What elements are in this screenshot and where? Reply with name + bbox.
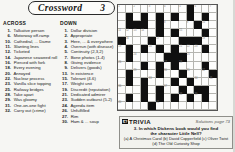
- grid-cell-black: [156, 45, 164, 53]
- grid-cell[interactable]: [164, 29, 172, 37]
- grid-cell[interactable]: [187, 86, 195, 94]
- grid-cell-black: [156, 13, 164, 21]
- clue-text: Delivers (goods): [70, 65, 102, 70]
- grid-cell[interactable]: 33: [148, 78, 156, 86]
- down-clues-panel: DOWN 1. Dollar division2. Appropriate3. …: [60, 20, 117, 124]
- cell-number: 23: [194, 45, 197, 48]
- grid-cell[interactable]: [171, 86, 179, 94]
- grid-cell[interactable]: [148, 21, 156, 29]
- puzzle-title: Crossword: [38, 3, 82, 13]
- grid-cell[interactable]: [171, 5, 179, 13]
- grid-cell[interactable]: 19: [118, 45, 126, 53]
- grid-cell[interactable]: [194, 53, 202, 61]
- cell-number: 4: [164, 5, 165, 8]
- cell-number: 8: [164, 21, 165, 24]
- grid-cell[interactable]: [156, 5, 164, 13]
- solutions-page-note: Solutions page 73: [196, 119, 230, 124]
- grid-cell[interactable]: [171, 21, 179, 29]
- cell-number: 11: [118, 29, 121, 32]
- grid-cell[interactable]: [141, 70, 149, 78]
- grid-cell[interactable]: [209, 29, 217, 37]
- clue-text: Agenda item: [70, 103, 95, 108]
- cell-number: 36: [118, 85, 121, 88]
- clue-text: Overrun (with disease): [70, 44, 114, 49]
- grid-cell-black: [156, 21, 164, 29]
- grid-cell-black: [171, 29, 179, 37]
- cell-number: 6: [194, 5, 195, 8]
- grid-cell[interactable]: 37: [164, 86, 172, 94]
- clue-text: Sudden outburst (5-2): [70, 97, 113, 102]
- grid-cell[interactable]: [141, 5, 149, 13]
- cell-number: 12: [126, 29, 129, 32]
- across-heading: ACROSS: [3, 20, 58, 26]
- grid-cell-black: [148, 102, 156, 110]
- down-heading: DOWN: [60, 20, 117, 26]
- grid-cell[interactable]: [209, 53, 217, 61]
- grid-cell[interactable]: [194, 29, 202, 37]
- clue-text: Ticketed: [13, 49, 30, 54]
- grid-cell-black: [156, 86, 164, 94]
- grid-cell[interactable]: [202, 5, 210, 13]
- cell-number: 1: [118, 5, 119, 8]
- grid-cell[interactable]: 29: [133, 70, 141, 78]
- clue-text: Cathedral, ... Dame: [13, 39, 51, 44]
- grid-cell[interactable]: 1: [118, 5, 126, 13]
- clue-text: Carry out (crime): [13, 108, 46, 113]
- grid-cell[interactable]: 24: [133, 53, 141, 61]
- clue-text: Ham & ... soup: [70, 119, 99, 124]
- clue-text: Unfulfilled: [70, 108, 90, 113]
- grid-cell-black: [202, 94, 210, 102]
- grid-cell[interactable]: 26: [118, 62, 126, 70]
- grid-cell[interactable]: [164, 45, 172, 53]
- grid-cell[interactable]: 30: [164, 70, 172, 78]
- cell-number: 24: [134, 53, 137, 56]
- grid-cell-black: [126, 94, 134, 102]
- cell-number: 2: [134, 5, 135, 8]
- grid-cell[interactable]: [202, 53, 210, 61]
- grid-cell[interactable]: 15: [179, 29, 187, 37]
- grid-cell-black: [156, 62, 164, 70]
- across-clues-panel: ACROSS 1. Talkative person6. Motorway of…: [3, 20, 58, 114]
- cell-number: 19: [118, 45, 121, 48]
- grid-cell-black: [171, 45, 179, 53]
- grid-cell[interactable]: [209, 21, 217, 29]
- trivia-answers-line2: (d) The Old Curiosity Shop: [122, 142, 230, 147]
- grid-cell-black: [171, 53, 179, 61]
- grid-cell-black: [202, 45, 210, 53]
- grid-cell[interactable]: [202, 78, 210, 86]
- grid-cell[interactable]: 3: [148, 5, 156, 13]
- grid-cell-black: [126, 13, 134, 21]
- grid-cell[interactable]: [141, 53, 149, 61]
- grid-cell[interactable]: 25: [187, 53, 195, 61]
- grid-cell[interactable]: [148, 13, 156, 21]
- clue-number: 32.: [3, 108, 11, 113]
- cell-number: 35: [210, 77, 213, 80]
- grid-cell[interactable]: [209, 86, 217, 94]
- clue-text: Annoyed: [13, 71, 31, 76]
- grid-cell[interactable]: 16: [126, 37, 134, 45]
- grid-cell[interactable]: [179, 102, 187, 110]
- grid-cell[interactable]: [148, 86, 156, 94]
- grid-cell[interactable]: [209, 102, 217, 110]
- grid-cell[interactable]: 28: [179, 62, 187, 70]
- grid-cell-black: [156, 70, 164, 78]
- grid-cell[interactable]: 20: [148, 45, 156, 53]
- clue-text: Dollar division: [70, 28, 98, 33]
- grid-cell[interactable]: [209, 13, 217, 21]
- clue-text: In existence: [70, 71, 94, 76]
- puzzle-number: 3: [100, 3, 105, 13]
- cell-number: 41: [156, 101, 159, 104]
- clue-text: One-on-one fight: [13, 103, 46, 108]
- grid-cell-black: [171, 62, 179, 70]
- grid-cell[interactable]: [133, 78, 141, 86]
- grid-cell[interactable]: [209, 45, 217, 53]
- grid-cell[interactable]: 23: [194, 45, 202, 53]
- grid-cell[interactable]: [148, 29, 156, 37]
- grid-cell-black: [171, 94, 179, 102]
- grid-cell[interactable]: 41: [156, 102, 164, 110]
- grid-cell[interactable]: [148, 53, 156, 61]
- clue-text: Rim: [70, 114, 79, 119]
- grid-cell[interactable]: [209, 37, 217, 45]
- grid-cell[interactable]: [148, 62, 156, 70]
- grid-cell[interactable]: [179, 13, 187, 21]
- cell-number: 33: [149, 77, 152, 80]
- clue-text: Weight unit: [70, 81, 92, 86]
- cell-number: 40: [118, 101, 121, 104]
- grid-cell[interactable]: [126, 102, 134, 110]
- grid-cell[interactable]: 36: [118, 86, 126, 94]
- grid-cell[interactable]: [202, 102, 210, 110]
- cell-number: 29: [134, 69, 137, 72]
- grid-cell[interactable]: 31: [187, 70, 195, 78]
- grid-cell[interactable]: [209, 62, 217, 70]
- cell-number: 10: [202, 21, 205, 24]
- cell-number: 7: [210, 5, 211, 8]
- down-clue-list: 1. Dollar division2. Appropriate3. Here,…: [60, 28, 117, 124]
- grid-cell[interactable]: 32: [202, 70, 210, 78]
- grid-cell[interactable]: [187, 102, 195, 110]
- clue-text: Tolerant (4-6): [70, 76, 96, 81]
- grid-cell-black: [126, 53, 134, 61]
- cell-number: 14: [141, 29, 144, 32]
- cell-number: 38: [179, 93, 182, 96]
- grid-cell[interactable]: [194, 13, 202, 21]
- grid-cell[interactable]: [141, 102, 149, 110]
- grid-cell[interactable]: [156, 53, 164, 61]
- cell-number: 5: [179, 5, 180, 8]
- grid-cell-black: [141, 13, 149, 21]
- grid-cell-black: [141, 94, 149, 102]
- clue-text: Slanting lines: [13, 44, 39, 49]
- grid-cell-black: [187, 5, 195, 13]
- cell-number: 21: [179, 45, 182, 48]
- grid-cell-black: [126, 45, 134, 53]
- clue-text: Appropriate: [70, 33, 93, 38]
- cell-number: 17: [156, 37, 159, 40]
- cell-number: 34: [194, 77, 197, 80]
- grid-cell[interactable]: 11: [118, 29, 126, 37]
- grid-cell[interactable]: 34: [194, 78, 202, 86]
- clue-text: Continuity (2,3,2): [70, 49, 104, 54]
- grid-cell-black: [126, 78, 134, 86]
- grid-cell-black: [202, 86, 210, 94]
- clue-item: 32. Carry out (crime): [3, 108, 58, 113]
- grid-cell[interactable]: 14: [141, 29, 149, 37]
- clue-text: Here, ... & everywhere: [70, 39, 113, 44]
- grid-cell-black: [179, 70, 187, 78]
- trivia-box: $? TRIVIA Solutions page 73 3. In which …: [119, 116, 233, 149]
- page-edge-shadow: [233, 0, 235, 152]
- cell-number: 30: [164, 69, 167, 72]
- grid-cell[interactable]: [179, 78, 187, 86]
- grid-cell-black: [171, 13, 179, 21]
- grid-cell[interactable]: 39: [194, 94, 202, 102]
- grid-cell[interactable]: 7: [209, 5, 217, 13]
- cell-number: 13: [134, 29, 137, 32]
- grid-cell[interactable]: 4: [164, 5, 172, 13]
- puzzle-title-box: Crossword 3: [28, 1, 115, 15]
- grid-cell[interactable]: [118, 70, 126, 78]
- grid-cell[interactable]: 38: [179, 94, 187, 102]
- cell-number: 15: [179, 29, 182, 32]
- cell-number: 20: [149, 45, 152, 48]
- cell-number: 27: [164, 61, 167, 64]
- clue-text: Talkative person: [13, 28, 45, 33]
- across-clue-list: 1. Talkative person6. Motorway off-ramp1…: [3, 28, 58, 114]
- clue-text: Giving evidence: [70, 60, 101, 65]
- grid-cell[interactable]: [126, 86, 134, 94]
- cell-number: 16: [126, 37, 129, 40]
- trivia-header: $? TRIVIA Solutions page 73: [122, 118, 230, 125]
- clue-text: Take apart: [13, 92, 34, 97]
- grid-cell-black: [141, 45, 149, 53]
- grid-cell[interactable]: [187, 29, 195, 37]
- grid-cell[interactable]: [133, 13, 141, 21]
- clue-text: Railway bridges: [13, 87, 44, 92]
- grid-cell[interactable]: [133, 86, 141, 94]
- clue-text: Motorway off-ramp: [13, 33, 50, 38]
- grid-cell[interactable]: [164, 37, 172, 45]
- grid-cell[interactable]: 21: [179, 45, 187, 53]
- cell-number: 39: [194, 93, 197, 96]
- clue-text: Nuclear process: [13, 76, 45, 81]
- grid-cell[interactable]: [133, 102, 141, 110]
- grid-cell[interactable]: [194, 102, 202, 110]
- grid-cell-black: [141, 86, 149, 94]
- grid-cell[interactable]: 5: [179, 5, 187, 13]
- grid-cell-black: [187, 78, 195, 86]
- grid-cell[interactable]: [171, 102, 179, 110]
- grid-cell[interactable]: [156, 78, 164, 86]
- grid-cell[interactable]: 13: [133, 29, 141, 37]
- crossword-grid: 1234567891011121314151617181920212223242…: [117, 4, 218, 111]
- clue-text: Every evening: [13, 65, 41, 70]
- grid-cell-black: [141, 78, 149, 86]
- grid-cell[interactable]: [126, 5, 134, 13]
- grid-cell[interactable]: [171, 37, 179, 45]
- clue-item: 30. Ham & ... soup: [60, 119, 117, 124]
- clue-text: Pierced with fork: [13, 60, 46, 65]
- grid-cell[interactable]: 2: [133, 5, 141, 13]
- clue-text: Bone photos (1-4): [70, 55, 105, 60]
- grid-cell[interactable]: [141, 37, 149, 45]
- grid-cell-black: [126, 70, 134, 78]
- grid-cell[interactable]: 18: [202, 37, 210, 45]
- grid-cell[interactable]: [133, 94, 141, 102]
- grid-cell[interactable]: [171, 70, 179, 78]
- cell-number: 25: [187, 53, 190, 56]
- grid-cell[interactable]: 8: [164, 21, 172, 29]
- grid-cell-black: [171, 78, 179, 86]
- cell-number: 18: [202, 37, 205, 40]
- grid-cell[interactable]: 9: [187, 21, 195, 29]
- grid-cell-black: [141, 62, 149, 70]
- clue-text: Discredit (reputation): [70, 87, 111, 92]
- cell-number: 22: [187, 45, 190, 48]
- grid-cell[interactable]: 6: [194, 5, 202, 13]
- clue-text: Was gloomy: [13, 97, 37, 102]
- cell-number: 37: [164, 85, 167, 88]
- clue-text: Vanilla slice topping: [13, 81, 51, 86]
- grid-cell-black: [194, 21, 202, 29]
- clue-number: 30.: [60, 119, 68, 124]
- grid-cell[interactable]: 35: [209, 78, 217, 86]
- grid-cell[interactable]: [118, 13, 126, 21]
- grid-cell-black: [187, 94, 195, 102]
- cell-number: 31: [187, 69, 190, 72]
- cell-number: 3: [149, 5, 150, 8]
- grid-cell[interactable]: 40: [118, 102, 126, 110]
- cell-number: 32: [202, 69, 205, 72]
- cell-number: 28: [179, 61, 182, 64]
- trivia-brand: TRIVIA: [129, 119, 151, 125]
- cell-number: 9: [187, 21, 188, 24]
- dollar-question-icon: $?: [122, 119, 128, 125]
- grid-cell[interactable]: [133, 37, 141, 45]
- clue-text: Japanese seaweed roll: [13, 55, 58, 60]
- clue-text: Dedicated admirer: [70, 92, 106, 97]
- cell-number: 26: [118, 61, 121, 64]
- trivia-brand-wrap: $? TRIVIA: [122, 119, 151, 125]
- grid-cell[interactable]: [164, 102, 172, 110]
- grid-cell[interactable]: [194, 62, 202, 70]
- grid-cell[interactable]: [148, 94, 156, 102]
- grid-cell[interactable]: 10: [202, 21, 210, 29]
- grid-cell[interactable]: [209, 94, 217, 102]
- grid-cell[interactable]: [126, 62, 134, 70]
- grid-cell[interactable]: [164, 94, 172, 102]
- grid-cell[interactable]: 17: [156, 37, 164, 45]
